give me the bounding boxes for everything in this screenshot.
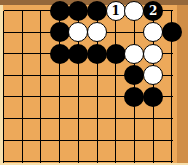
black-stone bbox=[124, 87, 144, 107]
black-stone bbox=[68, 44, 88, 64]
move-number-label: 1 bbox=[112, 5, 120, 17]
black-stone bbox=[143, 87, 163, 107]
grid-line-vertical bbox=[3, 11, 4, 166]
go-board: 12 bbox=[0, 0, 188, 165]
grid-line-horizontal bbox=[4, 118, 173, 119]
black-stone bbox=[87, 44, 107, 64]
white-stone bbox=[124, 44, 144, 64]
black-stone bbox=[162, 22, 182, 42]
white-stone bbox=[124, 1, 144, 21]
black-stone-move-2: 2 bbox=[143, 1, 163, 21]
white-stone bbox=[143, 44, 163, 64]
black-stone bbox=[87, 1, 107, 21]
black-stone bbox=[124, 65, 144, 85]
white-stone bbox=[143, 22, 163, 42]
black-stone bbox=[106, 44, 126, 64]
grid-line-vertical bbox=[22, 11, 23, 166]
board-edge-highlight-left bbox=[0, 0, 3, 165]
white-stone-move-1: 1 bbox=[106, 1, 126, 21]
black-stone bbox=[50, 44, 70, 64]
move-number-label: 2 bbox=[149, 5, 157, 17]
grid-line-vertical bbox=[40, 11, 41, 166]
black-stone bbox=[50, 22, 70, 42]
grid-line-vertical bbox=[115, 11, 116, 166]
white-stone bbox=[143, 65, 163, 85]
white-stone bbox=[87, 22, 107, 42]
board-edge-highlight-bottom bbox=[0, 163, 188, 165]
grid-line-horizontal bbox=[4, 140, 173, 141]
black-stone bbox=[68, 1, 88, 21]
black-stone bbox=[50, 1, 70, 21]
white-stone bbox=[68, 22, 88, 42]
